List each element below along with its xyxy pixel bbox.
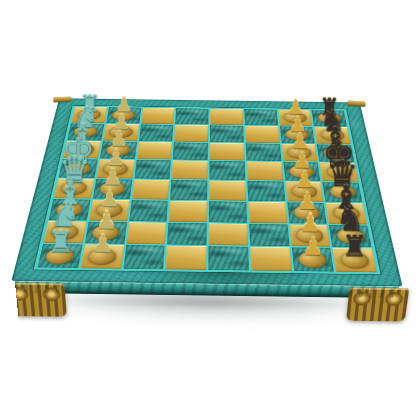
chess-board: ♜♟♟♜♞♟♟♞♝♟♟♝♚♟♟♚♛♟♟♛♝♟♟♝♞♟♟♞♜♟♟♜ (11, 98, 402, 286)
square-g4[interactable] (174, 125, 208, 142)
square-g6[interactable] (245, 126, 279, 143)
square-e3[interactable] (134, 160, 171, 179)
left-board-foot (5, 283, 67, 317)
square-b5[interactable] (209, 223, 248, 246)
square-a1[interactable]: ♜ (38, 244, 83, 268)
square-g5[interactable] (210, 125, 244, 142)
square-e4[interactable] (172, 161, 208, 180)
scene: ♜♟♟♜♞♟♟♞♝♟♟♝♚♟♟♚♛♟♟♛♝♟♟♝♞♟♟♞♜♟♟♜ (0, 0, 416, 416)
piece-black-rook-a8[interactable]: ♜ (334, 231, 374, 261)
product-photo: { "game": "chess", "position": { "fen": … (0, 0, 416, 416)
square-g3[interactable] (139, 124, 174, 141)
square-c4[interactable] (169, 201, 207, 222)
right-board-foot (346, 287, 409, 321)
square-c3[interactable] (129, 200, 168, 221)
square-d3[interactable] (131, 179, 169, 199)
far-left-foot-bracket (53, 96, 71, 102)
square-a5[interactable] (208, 246, 248, 270)
square-h4[interactable] (175, 108, 208, 124)
square-b3[interactable] (126, 222, 167, 245)
square-h6[interactable] (244, 109, 278, 125)
square-h5[interactable] (210, 109, 243, 125)
square-d6[interactable] (247, 181, 285, 201)
piece-white-pawn-a2[interactable]: ♟ (82, 232, 122, 257)
square-e5[interactable] (209, 161, 245, 180)
square-a2[interactable]: ♟ (80, 245, 123, 269)
square-f3[interactable] (136, 142, 172, 160)
square-c6[interactable] (248, 202, 287, 223)
square-h3[interactable] (141, 108, 175, 124)
square-d5[interactable] (209, 181, 246, 201)
square-a8[interactable]: ♜ (333, 248, 377, 272)
square-f5[interactable] (210, 143, 245, 161)
piece-black-pawn-a7[interactable]: ♟ (292, 235, 332, 260)
square-a3[interactable] (123, 245, 165, 269)
far-right-foot-bracket (348, 100, 366, 106)
square-c5[interactable] (209, 201, 247, 222)
square-b4[interactable] (167, 223, 206, 246)
playing-field: ♜♟♟♜♞♟♟♞♝♟♟♝♚♟♟♚♛♟♟♛♝♟♟♝♞♟♟♞♜♟♟♜ (34, 106, 381, 275)
square-f6[interactable] (246, 143, 281, 161)
square-b6[interactable] (249, 224, 289, 247)
square-a4[interactable] (166, 246, 207, 270)
square-a6[interactable] (250, 247, 291, 271)
square-e6[interactable] (246, 162, 282, 181)
board-tilt-wrapper: ♜♟♟♜♞♟♟♞♝♟♟♝♚♟♟♚♛♟♟♛♝♟♟♝♞♟♟♞♜♟♟♜ (0, 0, 416, 416)
square-a7[interactable]: ♟ (291, 248, 334, 272)
square-d4[interactable] (170, 180, 207, 200)
piece-white-rook-a1[interactable]: ♜ (40, 227, 80, 257)
square-f4[interactable] (173, 142, 208, 160)
